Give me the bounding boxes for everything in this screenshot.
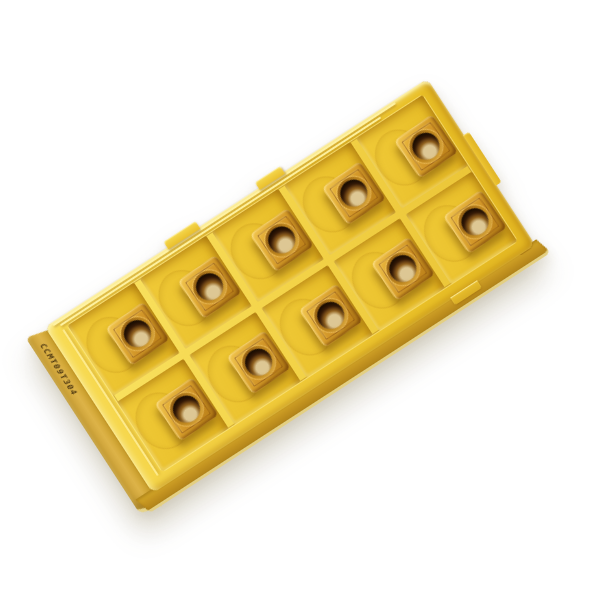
- carbide-insert: [394, 114, 458, 178]
- carbide-insert: [177, 255, 241, 319]
- carbide-insert: [371, 237, 435, 301]
- carbide-insert: [227, 331, 291, 395]
- carbide-insert: [155, 377, 219, 441]
- box-top-face: [45, 79, 535, 493]
- carbide-insert: [322, 161, 386, 225]
- insert-box: CCMT09T304: [45, 79, 535, 493]
- carbide-insert: [105, 302, 169, 366]
- carbide-insert: [299, 284, 363, 348]
- carbide-insert: [443, 190, 507, 254]
- product-photo-canvas: CCMT09T304: [0, 0, 600, 600]
- carbide-insert: [250, 208, 314, 272]
